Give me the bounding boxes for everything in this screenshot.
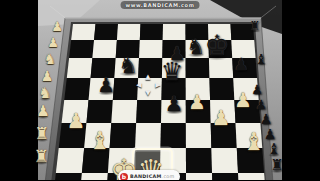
square-a1[interactable] xyxy=(53,173,82,180)
square-c7[interactable] xyxy=(116,40,140,58)
square-h2[interactable] xyxy=(237,148,264,173)
square-g4[interactable] xyxy=(210,100,235,123)
square-d8[interactable] xyxy=(140,24,163,40)
square-e5[interactable] xyxy=(161,78,185,100)
square-f6[interactable] xyxy=(186,58,210,78)
square-g2[interactable] xyxy=(211,148,238,173)
square-d3[interactable] xyxy=(135,123,161,148)
square-g8[interactable] xyxy=(208,24,231,40)
square-c6[interactable] xyxy=(114,58,139,78)
square-a2[interactable] xyxy=(56,148,84,173)
square-a5[interactable] xyxy=(64,78,90,100)
square-f8[interactable] xyxy=(186,24,209,40)
board-svg xyxy=(0,0,320,180)
square-b7[interactable] xyxy=(92,40,117,58)
square-g6[interactable] xyxy=(209,58,233,78)
square-a4[interactable] xyxy=(62,100,89,123)
square-g5[interactable] xyxy=(209,78,234,100)
square-e7[interactable] xyxy=(162,40,185,58)
square-c4[interactable] xyxy=(111,100,137,123)
square-h7[interactable] xyxy=(231,40,255,58)
square-c3[interactable] xyxy=(110,123,137,148)
bandicam-logo-icon: b xyxy=(120,173,128,181)
square-c8[interactable] xyxy=(117,24,141,40)
square-d5[interactable] xyxy=(137,78,162,100)
square-f1[interactable] xyxy=(186,173,213,180)
square-e6[interactable] xyxy=(162,58,186,78)
square-f5[interactable] xyxy=(186,78,210,100)
watermark-top: www.BANDICAM.com xyxy=(121,1,200,9)
watermark-suffix: .com xyxy=(162,174,175,179)
watermark-bottom-text: BANDICAM.com xyxy=(130,174,175,179)
square-g7[interactable] xyxy=(208,40,232,58)
square-g3[interactable] xyxy=(211,123,237,148)
square-h6[interactable] xyxy=(232,58,257,78)
square-a7[interactable] xyxy=(69,40,94,58)
square-b2[interactable] xyxy=(82,148,110,173)
watermark-brand: BANDICAM xyxy=(130,174,162,179)
square-f4[interactable] xyxy=(186,100,211,123)
square-h8[interactable] xyxy=(231,24,255,40)
square-b6[interactable] xyxy=(91,58,116,78)
chess-titans-window: ♟♞♚♞♛♟♟♟♟♟♟♟♝♝♚♛♟♟♞♟♞♟♜♜♜♝♟♟♟♟♝♜▲▼◀▶ www… xyxy=(0,0,320,180)
square-a8[interactable] xyxy=(71,24,95,40)
square-b8[interactable] xyxy=(94,24,118,40)
square-e8[interactable] xyxy=(163,24,186,40)
square-c5[interactable] xyxy=(113,78,138,100)
square-b1[interactable] xyxy=(80,173,108,180)
square-e4[interactable] xyxy=(161,100,186,123)
square-h3[interactable] xyxy=(236,123,263,148)
square-d6[interactable] xyxy=(138,58,162,78)
square-h4[interactable] xyxy=(234,100,260,123)
square-f2[interactable] xyxy=(186,148,212,173)
square-d4[interactable] xyxy=(136,100,161,123)
square-a3[interactable] xyxy=(59,123,87,148)
square-f7[interactable] xyxy=(186,40,209,58)
square-a6[interactable] xyxy=(67,58,93,78)
square-h1[interactable] xyxy=(238,173,266,180)
square-g1[interactable] xyxy=(212,173,239,180)
square-f3[interactable] xyxy=(186,123,212,148)
square-h5[interactable] xyxy=(233,78,258,100)
watermark-bottom: b BANDICAM.com xyxy=(118,170,180,180)
square-e3[interactable] xyxy=(161,123,186,148)
square-b4[interactable] xyxy=(86,100,112,123)
square-b5[interactable] xyxy=(89,78,115,100)
square-d7[interactable] xyxy=(139,40,163,58)
square-b3[interactable] xyxy=(84,123,111,148)
